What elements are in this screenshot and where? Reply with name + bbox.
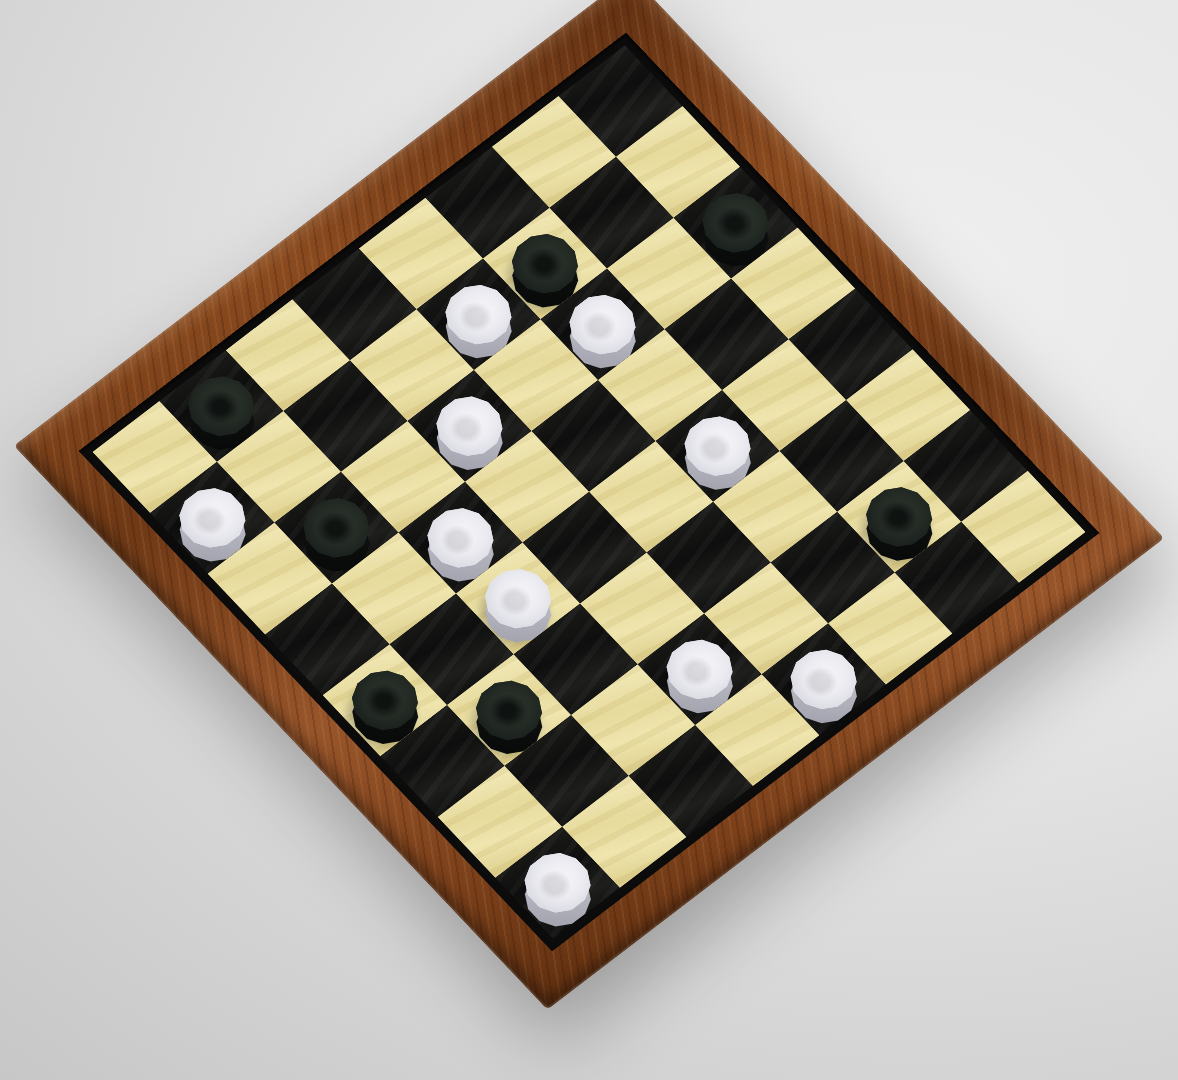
board-grid (93, 45, 1085, 938)
scene (0, 0, 1178, 1080)
board-inner-border (79, 33, 1100, 952)
checkers-board (14, 0, 1164, 1010)
wooden-frame (14, 0, 1164, 1010)
